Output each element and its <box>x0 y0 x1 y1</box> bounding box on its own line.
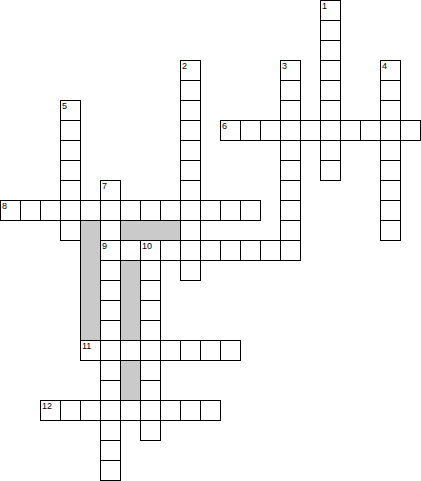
grid-cell-r17-c10[interactable] <box>200 340 221 361</box>
grid-cell-r12-c7[interactable] <box>140 240 161 261</box>
grid-cell-r10-c19[interactable] <box>380 200 401 221</box>
grid-cell-r17-c8[interactable] <box>160 340 181 361</box>
grid-cell-r16-c5[interactable] <box>100 320 121 341</box>
grid-cell-r20-c8[interactable] <box>160 400 181 421</box>
grid-cell-r6-c14[interactable] <box>280 120 301 141</box>
grid-cell-r8-c19[interactable] <box>380 160 401 181</box>
grid-cell-r8-c9[interactable] <box>180 160 201 181</box>
grid-cell-r8-c16[interactable] <box>320 160 341 181</box>
grid-cell-r12-c10[interactable] <box>200 240 221 261</box>
shaded-cell-region-2[interactable] <box>120 220 181 241</box>
grid-cell-r17-c11[interactable] <box>220 340 241 361</box>
grid-cell-r11-c3[interactable] <box>60 220 81 241</box>
grid-cell-r10-c10[interactable] <box>200 200 221 221</box>
grid-cell-r7-c9[interactable] <box>180 140 201 161</box>
grid-cell-r10-c2[interactable] <box>40 200 61 221</box>
grid-cell-r6-c9[interactable] <box>180 120 201 141</box>
grid-cell-r16-c7[interactable] <box>140 320 161 341</box>
grid-cell-r7-c14[interactable] <box>280 140 301 161</box>
grid-cell-r14-c7[interactable] <box>140 280 161 301</box>
grid-cell-r20-c3[interactable] <box>60 400 81 421</box>
grid-cell-r6-c3[interactable] <box>60 120 81 141</box>
grid-cell-r10-c12[interactable] <box>240 200 261 221</box>
grid-cell-r10-c7[interactable] <box>140 200 161 221</box>
grid-cell-r4-c16[interactable] <box>320 80 341 101</box>
grid-cell-r4-c14[interactable] <box>280 80 301 101</box>
grid-cell-r9-c14[interactable] <box>280 180 301 201</box>
grid-cell-r10-c9[interactable] <box>180 200 201 221</box>
grid-cell-r11-c14[interactable] <box>280 220 301 241</box>
grid-cell-r22-c5[interactable] <box>100 440 121 461</box>
grid-cell-r12-c9[interactable] <box>180 240 201 261</box>
grid-cell-r4-c9[interactable] <box>180 80 201 101</box>
grid-cell-r8-c3[interactable] <box>60 160 81 181</box>
grid-cell-r12-c6[interactable] <box>120 240 141 261</box>
grid-cell-r5-c9[interactable] <box>180 100 201 121</box>
grid-cell-r6-c13[interactable] <box>260 120 281 141</box>
grid-cell-r20-c2[interactable] <box>40 400 61 421</box>
grid-cell-r6-c20[interactable] <box>400 120 421 141</box>
grid-cell-r12-c12[interactable] <box>240 240 261 261</box>
grid-cell-r10-c8[interactable] <box>160 200 181 221</box>
grid-cell-r17-c4[interactable] <box>80 340 101 361</box>
grid-cell-r13-c9[interactable] <box>180 260 201 281</box>
shaded-cell-region-3[interactable] <box>120 260 141 341</box>
grid-cell-r3-c16[interactable] <box>320 60 341 81</box>
grid-cell-r3-c9[interactable] <box>180 60 201 81</box>
grid-cell-r20-c10[interactable] <box>200 400 221 421</box>
grid-cell-r15-c7[interactable] <box>140 300 161 321</box>
grid-cell-r21-c5[interactable] <box>100 420 121 441</box>
grid-cell-r10-c4[interactable] <box>80 200 101 221</box>
grid-cell-r10-c11[interactable] <box>220 200 241 221</box>
grid-cell-r7-c16[interactable] <box>320 140 341 161</box>
grid-cell-r11-c5[interactable] <box>100 220 121 241</box>
grid-cell-r12-c14[interactable] <box>280 240 301 261</box>
grid-cell-r12-c11[interactable] <box>220 240 241 261</box>
grid-cell-r12-c8[interactable] <box>160 240 181 261</box>
grid-cell-r10-c5[interactable] <box>100 200 121 221</box>
grid-cell-r17-c9[interactable] <box>180 340 201 361</box>
grid-cell-r2-c16[interactable] <box>320 40 341 61</box>
grid-cell-r5-c14[interactable] <box>280 100 301 121</box>
grid-cell-r10-c6[interactable] <box>120 200 141 221</box>
grid-cell-r10-c0[interactable] <box>0 200 21 221</box>
grid-cell-r14-c5[interactable] <box>100 280 121 301</box>
grid-cell-r20-c4[interactable] <box>80 400 101 421</box>
grid-cell-r6-c11[interactable] <box>220 120 241 141</box>
grid-cell-r9-c9[interactable] <box>180 180 201 201</box>
grid-cell-r5-c16[interactable] <box>320 100 341 121</box>
grid-cell-r11-c19[interactable] <box>380 220 401 241</box>
grid-cell-r15-c5[interactable] <box>100 300 121 321</box>
grid-cell-r19-c5[interactable] <box>100 380 121 401</box>
grid-cell-r23-c5[interactable] <box>100 460 121 481</box>
grid-cell-r19-c7[interactable] <box>140 380 161 401</box>
grid-cell-r8-c14[interactable] <box>280 160 301 181</box>
grid-cell-r20-c5[interactable] <box>100 400 121 421</box>
grid-cell-r3-c19[interactable] <box>380 60 401 81</box>
grid-cell-r18-c7[interactable] <box>140 360 161 381</box>
grid-cell-r6-c17[interactable] <box>340 120 361 141</box>
grid-cell-r10-c1[interactable] <box>20 200 41 221</box>
grid-cell-r18-c5[interactable] <box>100 360 121 381</box>
grid-cell-r12-c13[interactable] <box>260 240 281 261</box>
shaded-cell-region-1[interactable] <box>80 220 101 341</box>
grid-cell-r9-c19[interactable] <box>380 180 401 201</box>
grid-cell-r13-c7[interactable] <box>140 260 161 281</box>
grid-cell-r6-c15[interactable] <box>300 120 321 141</box>
shaded-cell-region-4[interactable] <box>120 360 141 401</box>
grid-cell-r6-c18[interactable] <box>360 120 381 141</box>
grid-cell-r7-c3[interactable] <box>60 140 81 161</box>
crossword-grid: 123456789101112 <box>0 0 421 481</box>
grid-cell-r6-c16[interactable] <box>320 120 341 141</box>
grid-cell-r10-c14[interactable] <box>280 200 301 221</box>
grid-cell-r13-c5[interactable] <box>100 260 121 281</box>
grid-cell-r21-c7[interactable] <box>140 420 161 441</box>
grid-cell-r17-c6[interactable] <box>120 340 141 361</box>
grid-cell-r4-c19[interactable] <box>380 80 401 101</box>
grid-cell-r17-c7[interactable] <box>140 340 161 361</box>
grid-cell-r12-c5[interactable] <box>100 240 121 261</box>
grid-cell-r3-c14[interactable] <box>280 60 301 81</box>
grid-cell-r10-c3[interactable] <box>60 200 81 221</box>
grid-cell-r6-c12[interactable] <box>240 120 261 141</box>
grid-cell-r5-c3[interactable] <box>60 100 81 121</box>
grid-cell-r20-c6[interactable] <box>120 400 141 421</box>
grid-cell-r6-c19[interactable] <box>380 120 401 141</box>
grid-cell-r20-c9[interactable] <box>180 400 201 421</box>
grid-cell-r0-c16[interactable] <box>320 0 341 21</box>
grid-cell-r20-c7[interactable] <box>140 400 161 421</box>
grid-cell-r9-c5[interactable] <box>100 180 121 201</box>
grid-cell-r7-c19[interactable] <box>380 140 401 161</box>
grid-cell-r5-c19[interactable] <box>380 100 401 121</box>
grid-cell-r17-c5[interactable] <box>100 340 121 361</box>
grid-cell-r9-c3[interactable] <box>60 180 81 201</box>
grid-cell-r11-c9[interactable] <box>180 220 201 241</box>
grid-cell-r1-c16[interactable] <box>320 20 341 41</box>
